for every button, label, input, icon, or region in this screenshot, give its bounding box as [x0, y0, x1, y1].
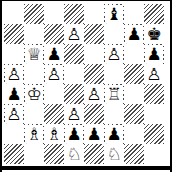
square-b5[interactable] [24, 64, 44, 84]
square-e8[interactable] [84, 4, 104, 24]
board-frame-bottom [0, 166, 172, 170]
white-pawn: ♙ [65, 25, 83, 44]
black-pawn: ♟ [145, 45, 163, 64]
white-pawn: ♙ [5, 65, 23, 84]
white-rook: ♖ [105, 85, 123, 104]
square-b2[interactable]: ♗ [24, 124, 44, 144]
square-b6[interactable]: ♕ [24, 44, 44, 64]
black-pawn: ♟ [45, 45, 63, 64]
board-frame-left [0, 0, 2, 172]
white-pawn: ♙ [5, 105, 23, 124]
square-b1[interactable] [24, 144, 44, 164]
square-e2[interactable]: ♟ [84, 124, 104, 144]
white-pawn: ♙ [85, 85, 103, 104]
square-h6[interactable]: ♟ [144, 44, 164, 64]
square-c4[interactable] [44, 84, 64, 104]
square-a1[interactable] [4, 144, 24, 164]
square-f6[interactable]: ♙ [104, 44, 124, 64]
square-c5[interactable]: ♙ [44, 64, 64, 84]
white-knight: ♘ [65, 145, 83, 164]
chess-diagram: ♝♙♟♚♕♟♙♟♙♙♙♟♔♙♖♙♙♗♗♟♟♟♘♘ [0, 0, 172, 172]
black-pawn: ♟ [85, 125, 103, 144]
square-e6[interactable] [84, 44, 104, 64]
square-g5[interactable] [124, 64, 144, 84]
square-d6[interactable] [64, 44, 84, 64]
square-b4[interactable]: ♔ [24, 84, 44, 104]
board-frame-top [0, 0, 172, 1]
black-pawn: ♟ [65, 125, 83, 144]
square-h1[interactable] [144, 144, 164, 164]
black-bishop: ♝ [105, 5, 123, 24]
square-f1[interactable]: ♘ [104, 144, 124, 164]
square-e5[interactable] [84, 64, 104, 84]
square-b3[interactable] [24, 104, 44, 124]
square-f8[interactable]: ♝ [104, 4, 124, 24]
square-d2[interactable]: ♟ [64, 124, 84, 144]
square-g6[interactable] [124, 44, 144, 64]
square-h5[interactable]: ♙ [144, 64, 164, 84]
square-e1[interactable] [84, 144, 104, 164]
square-c3[interactable] [44, 104, 64, 124]
square-h4[interactable] [144, 84, 164, 104]
square-g1[interactable] [124, 144, 144, 164]
square-h2[interactable] [144, 124, 164, 144]
chess-board: ♝♙♟♚♕♟♙♟♙♙♙♟♔♙♖♙♙♗♗♟♟♟♘♘ [4, 4, 164, 164]
black-pawn: ♟ [105, 125, 123, 144]
square-a4[interactable]: ♟ [4, 84, 24, 104]
square-c1[interactable] [44, 144, 64, 164]
square-g3[interactable] [124, 104, 144, 124]
square-a7[interactable] [4, 24, 24, 44]
square-f7[interactable] [104, 24, 124, 44]
square-g2[interactable] [124, 124, 144, 144]
square-b8[interactable] [24, 4, 44, 24]
square-c7[interactable] [44, 24, 64, 44]
white-bishop: ♗ [25, 125, 43, 144]
square-c6[interactable]: ♟ [44, 44, 64, 64]
square-a2[interactable] [4, 124, 24, 144]
square-d1[interactable]: ♘ [64, 144, 84, 164]
square-c8[interactable] [44, 4, 64, 24]
white-bishop: ♗ [45, 125, 63, 144]
square-d5[interactable] [64, 64, 84, 84]
square-e4[interactable]: ♙ [84, 84, 104, 104]
board-frame-right [170, 0, 172, 172]
white-queen: ♕ [25, 45, 43, 64]
square-f2[interactable]: ♟ [104, 124, 124, 144]
square-a3[interactable]: ♙ [4, 104, 24, 124]
square-a6[interactable] [4, 44, 24, 64]
square-h8[interactable] [144, 4, 164, 24]
white-pawn: ♙ [65, 105, 83, 124]
square-h3[interactable] [144, 104, 164, 124]
square-c2[interactable]: ♗ [44, 124, 64, 144]
square-d4[interactable] [64, 84, 84, 104]
square-b7[interactable] [24, 24, 44, 44]
square-e3[interactable] [84, 104, 104, 124]
white-pawn: ♙ [45, 65, 63, 84]
black-pawn: ♟ [125, 25, 143, 44]
square-a8[interactable] [4, 4, 24, 24]
white-pawn: ♙ [145, 65, 163, 84]
square-h7[interactable]: ♚ [144, 24, 164, 44]
square-e7[interactable] [84, 24, 104, 44]
square-f3[interactable] [104, 104, 124, 124]
square-d3[interactable]: ♙ [64, 104, 84, 124]
white-pawn: ♙ [105, 45, 123, 64]
white-knight: ♘ [105, 145, 123, 164]
black-pawn: ♟ [5, 85, 23, 104]
square-a5[interactable]: ♙ [4, 64, 24, 84]
square-g4[interactable] [124, 84, 144, 104]
white-king: ♔ [25, 85, 43, 104]
square-g8[interactable] [124, 4, 144, 24]
square-g7[interactable]: ♟ [124, 24, 144, 44]
square-d8[interactable] [64, 4, 84, 24]
square-f5[interactable] [104, 64, 124, 84]
square-d7[interactable]: ♙ [64, 24, 84, 44]
square-f4[interactable]: ♖ [104, 84, 124, 104]
black-king: ♚ [145, 25, 163, 44]
